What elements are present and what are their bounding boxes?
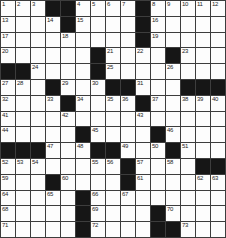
- white-cell[interactable]: [61, 159, 75, 174]
- white-cell[interactable]: 49: [121, 143, 135, 158]
- white-cell[interactable]: 31: [136, 80, 150, 95]
- clue-number: 43: [137, 112, 143, 119]
- white-cell[interactable]: [181, 112, 195, 127]
- white-cell[interactable]: 6: [106, 1, 120, 16]
- white-cell[interactable]: 37: [151, 96, 165, 111]
- clue-number: 57: [137, 159, 143, 166]
- white-cell[interactable]: 64: [1, 191, 15, 206]
- white-cell[interactable]: [211, 127, 225, 142]
- white-cell[interactable]: [211, 191, 225, 206]
- white-cell[interactable]: [151, 175, 165, 190]
- white-cell[interactable]: 65: [46, 191, 60, 206]
- black-cell: [106, 143, 120, 158]
- white-cell[interactable]: 50: [151, 143, 165, 158]
- white-cell[interactable]: [136, 64, 150, 79]
- white-cell[interactable]: [76, 175, 90, 190]
- black-cell: [196, 80, 210, 95]
- black-cell: [151, 127, 165, 142]
- white-cell[interactable]: 55: [91, 159, 105, 174]
- white-cell[interactable]: 2: [16, 1, 30, 16]
- clue-number: 20: [2, 48, 8, 55]
- white-cell[interactable]: 44: [1, 127, 15, 142]
- white-cell[interactable]: [181, 206, 195, 221]
- white-cell[interactable]: [136, 143, 150, 158]
- black-cell: [46, 1, 60, 16]
- clue-number: 59: [2, 175, 8, 182]
- white-cell[interactable]: [76, 80, 90, 95]
- white-cell[interactable]: [76, 48, 90, 63]
- white-cell[interactable]: [136, 206, 150, 221]
- clue-number: 37: [152, 96, 158, 103]
- white-cell[interactable]: 53: [16, 159, 30, 174]
- white-cell[interactable]: [121, 127, 135, 142]
- white-cell[interactable]: [196, 191, 210, 206]
- white-cell[interactable]: [136, 191, 150, 206]
- black-cell: [196, 159, 210, 174]
- black-cell: [166, 143, 180, 158]
- white-cell[interactable]: [211, 48, 225, 63]
- clue-number: 26: [167, 64, 173, 71]
- black-cell: [76, 191, 90, 206]
- white-cell[interactable]: 5: [91, 1, 105, 16]
- clue-number: 2: [17, 1, 20, 8]
- white-cell[interactable]: [91, 17, 105, 32]
- clue-number: 53: [17, 159, 23, 166]
- white-cell[interactable]: [76, 33, 90, 48]
- white-cell[interactable]: 13: [1, 17, 15, 32]
- white-cell[interactable]: 73: [181, 222, 195, 237]
- white-cell[interactable]: 16: [151, 17, 165, 32]
- clue-number: 45: [92, 127, 98, 134]
- clue-number: 69: [92, 206, 98, 213]
- white-cell[interactable]: 71: [1, 222, 15, 237]
- clue-number: 65: [47, 191, 53, 198]
- clue-number: 34: [77, 96, 83, 103]
- clue-number: 13: [2, 17, 8, 24]
- clue-number: 14: [47, 17, 53, 24]
- white-cell[interactable]: [61, 222, 75, 237]
- black-cell: [16, 143, 30, 158]
- clue-number: 48: [77, 143, 83, 150]
- white-cell[interactable]: [181, 64, 195, 79]
- white-cell[interactable]: 68: [1, 206, 15, 221]
- white-cell[interactable]: 22: [136, 48, 150, 63]
- white-cell[interactable]: [166, 175, 180, 190]
- black-cell: [1, 64, 15, 79]
- black-cell: [151, 206, 165, 221]
- white-cell[interactable]: [196, 112, 210, 127]
- white-cell[interactable]: 7: [121, 1, 135, 16]
- white-cell[interactable]: 66: [91, 191, 105, 206]
- clue-number: 44: [2, 127, 8, 134]
- white-cell[interactable]: 29: [61, 80, 75, 95]
- white-cell[interactable]: [136, 127, 150, 142]
- clue-number: 62: [197, 175, 203, 182]
- clue-number: 64: [2, 191, 8, 198]
- white-cell[interactable]: [151, 48, 165, 63]
- white-cell[interactable]: [31, 222, 45, 237]
- white-cell[interactable]: [196, 206, 210, 221]
- white-cell[interactable]: [31, 17, 45, 32]
- white-cell[interactable]: [121, 33, 135, 48]
- clue-number: 25: [107, 64, 113, 71]
- white-cell[interactable]: [121, 112, 135, 127]
- clue-number: 73: [182, 222, 188, 229]
- white-cell[interactable]: [76, 112, 90, 127]
- clue-number: 35: [107, 96, 113, 103]
- white-cell[interactable]: 39: [196, 96, 210, 111]
- black-cell: [46, 80, 60, 95]
- white-cell[interactable]: 19: [151, 33, 165, 48]
- clue-number: 33: [47, 96, 53, 103]
- white-cell[interactable]: [121, 48, 135, 63]
- white-cell[interactable]: [121, 222, 135, 237]
- white-cell[interactable]: 67: [121, 191, 135, 206]
- white-cell[interactable]: [46, 112, 60, 127]
- black-cell: [136, 1, 150, 16]
- white-cell[interactable]: 47: [46, 143, 60, 158]
- white-cell[interactable]: [181, 191, 195, 206]
- white-cell[interactable]: 24: [31, 64, 45, 79]
- clue-number: 68: [2, 206, 8, 213]
- white-cell[interactable]: 10: [181, 1, 195, 16]
- white-cell[interactable]: [211, 17, 225, 32]
- clue-number: 6: [107, 1, 110, 8]
- black-cell: [106, 80, 120, 95]
- white-cell[interactable]: 36: [121, 96, 135, 111]
- clue-number: 7: [122, 1, 125, 8]
- white-cell[interactable]: [46, 127, 60, 142]
- white-cell[interactable]: [121, 17, 135, 32]
- white-cell[interactable]: 30: [91, 80, 105, 95]
- black-cell: [76, 206, 90, 221]
- white-cell[interactable]: [166, 112, 180, 127]
- white-cell[interactable]: [61, 206, 75, 221]
- white-cell[interactable]: 62: [196, 175, 210, 190]
- white-cell[interactable]: [31, 48, 45, 63]
- clue-number: 42: [62, 112, 68, 119]
- black-cell: [61, 1, 75, 16]
- white-cell[interactable]: [166, 191, 180, 206]
- white-cell[interactable]: [211, 64, 225, 79]
- black-cell: [1, 143, 15, 158]
- white-cell[interactable]: [46, 222, 60, 237]
- white-cell[interactable]: 70: [166, 206, 180, 221]
- white-cell[interactable]: [31, 206, 45, 221]
- white-cell[interactable]: [106, 191, 120, 206]
- white-cell[interactable]: [211, 33, 225, 48]
- clue-number: 41: [2, 112, 8, 119]
- white-cell[interactable]: 12: [211, 1, 225, 16]
- white-cell[interactable]: 69: [91, 206, 105, 221]
- black-cell: [211, 80, 225, 95]
- black-cell: [166, 222, 180, 237]
- clue-number: 38: [182, 96, 188, 103]
- black-cell: [16, 64, 30, 79]
- white-cell[interactable]: [61, 64, 75, 79]
- white-cell[interactable]: [46, 33, 60, 48]
- white-cell[interactable]: [166, 96, 180, 111]
- white-cell[interactable]: [106, 222, 120, 237]
- white-cell[interactable]: 43: [136, 112, 150, 127]
- white-cell[interactable]: [76, 64, 90, 79]
- white-cell[interactable]: 15: [76, 17, 90, 32]
- black-cell: [121, 175, 135, 190]
- clue-number: 5: [92, 1, 95, 8]
- black-cell: [136, 17, 150, 32]
- white-cell[interactable]: [61, 48, 75, 63]
- white-cell[interactable]: 33: [46, 96, 60, 111]
- white-cell[interactable]: [106, 17, 120, 32]
- clue-number: 36: [122, 96, 128, 103]
- white-cell[interactable]: [16, 96, 30, 111]
- white-cell[interactable]: 51: [181, 143, 195, 158]
- white-cell[interactable]: 4: [76, 1, 90, 16]
- white-cell[interactable]: [31, 191, 45, 206]
- clue-number: 8: [152, 1, 155, 8]
- white-cell[interactable]: 58: [166, 159, 180, 174]
- white-cell[interactable]: [151, 191, 165, 206]
- white-cell[interactable]: 17: [1, 33, 15, 48]
- white-cell[interactable]: 20: [1, 48, 15, 63]
- clue-number: 17: [2, 33, 8, 40]
- white-cell[interactable]: [16, 112, 30, 127]
- clue-number: 31: [137, 80, 143, 87]
- clue-number: 3: [32, 1, 35, 8]
- white-cell[interactable]: [166, 80, 180, 95]
- white-cell[interactable]: [46, 159, 60, 174]
- white-cell[interactable]: [76, 159, 90, 174]
- white-cell[interactable]: 54: [31, 159, 45, 174]
- black-cell: [46, 175, 60, 190]
- clue-number: 1: [2, 1, 5, 8]
- white-cell[interactable]: [181, 17, 195, 32]
- black-cell: [211, 159, 225, 174]
- white-cell[interactable]: [16, 191, 30, 206]
- clue-number: 16: [152, 17, 158, 24]
- white-cell[interactable]: [181, 175, 195, 190]
- white-cell[interactable]: [196, 64, 210, 79]
- white-cell[interactable]: 25: [106, 64, 120, 79]
- white-cell[interactable]: [181, 127, 195, 142]
- clue-number: 40: [212, 96, 218, 103]
- white-cell[interactable]: 56: [106, 159, 120, 174]
- clue-number: 47: [47, 143, 53, 150]
- white-cell[interactable]: [46, 64, 60, 79]
- white-cell[interactable]: 52: [1, 159, 15, 174]
- black-cell: [136, 96, 150, 111]
- white-cell[interactable]: [31, 33, 45, 48]
- white-cell[interactable]: [196, 222, 210, 237]
- clue-number: 30: [92, 80, 98, 87]
- white-cell[interactable]: [196, 127, 210, 142]
- black-cell: [166, 48, 180, 63]
- clue-number: 46: [167, 127, 173, 134]
- white-cell[interactable]: 32: [1, 96, 15, 111]
- black-cell: [91, 48, 105, 63]
- white-cell[interactable]: [121, 64, 135, 79]
- white-cell[interactable]: [46, 206, 60, 221]
- crossword-board: 1234567891011121314151617181920212223242…: [0, 0, 226, 238]
- clue-number: 12: [212, 1, 218, 8]
- clue-number: 71: [2, 222, 8, 229]
- white-cell[interactable]: 27: [1, 80, 15, 95]
- white-cell[interactable]: 9: [166, 1, 180, 16]
- clue-number: 56: [107, 159, 113, 166]
- white-cell[interactable]: [166, 17, 180, 32]
- white-cell[interactable]: [16, 48, 30, 63]
- black-cell: [76, 127, 90, 142]
- white-cell[interactable]: [151, 159, 165, 174]
- white-cell[interactable]: [151, 80, 165, 95]
- white-cell[interactable]: 21: [106, 48, 120, 63]
- white-cell[interactable]: [166, 33, 180, 48]
- white-cell[interactable]: [136, 222, 150, 237]
- white-cell[interactable]: 26: [166, 64, 180, 79]
- black-cell: [91, 64, 105, 79]
- white-cell[interactable]: 38: [181, 96, 195, 111]
- white-cell[interactable]: [151, 112, 165, 127]
- white-cell[interactable]: [31, 127, 45, 142]
- white-cell[interactable]: [106, 127, 120, 142]
- white-cell[interactable]: 40: [211, 96, 225, 111]
- clue-number: 55: [92, 159, 98, 166]
- white-cell[interactable]: [61, 191, 75, 206]
- white-cell[interactable]: 23: [181, 48, 195, 63]
- white-cell[interactable]: 35: [106, 96, 120, 111]
- white-cell[interactable]: 45: [91, 127, 105, 142]
- white-cell[interactable]: [181, 159, 195, 174]
- white-cell[interactable]: [16, 222, 30, 237]
- black-cell: [31, 143, 45, 158]
- clue-number: 21: [107, 48, 113, 55]
- clue-number: 27: [2, 80, 8, 87]
- white-cell[interactable]: 48: [76, 143, 90, 158]
- black-cell: [151, 222, 165, 237]
- white-cell[interactable]: [91, 96, 105, 111]
- white-cell[interactable]: [211, 112, 225, 127]
- white-cell[interactable]: [16, 17, 30, 32]
- clue-number: 10: [182, 1, 188, 8]
- white-cell[interactable]: [211, 206, 225, 221]
- white-cell[interactable]: 59: [1, 175, 15, 190]
- clue-number: 15: [77, 17, 83, 24]
- white-cell[interactable]: [211, 222, 225, 237]
- white-cell[interactable]: [211, 143, 225, 158]
- white-cell[interactable]: 57: [136, 159, 150, 174]
- clue-number: 51: [182, 143, 188, 150]
- white-cell[interactable]: [31, 80, 45, 95]
- white-cell[interactable]: 61: [136, 175, 150, 190]
- black-cell: [61, 96, 75, 111]
- white-cell[interactable]: [31, 175, 45, 190]
- white-cell[interactable]: [61, 143, 75, 158]
- white-cell[interactable]: [196, 143, 210, 158]
- white-cell[interactable]: [16, 206, 30, 221]
- white-cell[interactable]: [196, 17, 210, 32]
- white-cell[interactable]: 14: [46, 17, 60, 32]
- white-cell[interactable]: 11: [196, 1, 210, 16]
- clue-number: 11: [197, 1, 203, 8]
- white-cell[interactable]: [91, 33, 105, 48]
- white-cell[interactable]: 63: [211, 175, 225, 190]
- clue-number: 63: [212, 175, 218, 182]
- black-cell: [61, 17, 75, 32]
- white-cell[interactable]: [106, 33, 120, 48]
- white-cell[interactable]: [31, 112, 45, 127]
- clue-number: 52: [2, 159, 8, 166]
- black-cell: [76, 222, 90, 237]
- clue-number: 70: [167, 206, 173, 213]
- clue-number: 72: [92, 222, 98, 229]
- white-cell[interactable]: [31, 96, 45, 111]
- white-cell[interactable]: [91, 112, 105, 127]
- white-cell[interactable]: 28: [16, 80, 30, 95]
- clue-number: 29: [62, 80, 68, 87]
- white-cell[interactable]: 18: [61, 33, 75, 48]
- white-cell[interactable]: 3: [31, 1, 45, 16]
- white-cell[interactable]: [16, 127, 30, 142]
- black-cell: [121, 80, 135, 95]
- black-cell: [136, 33, 150, 48]
- clue-number: 58: [167, 159, 173, 166]
- white-cell[interactable]: [151, 64, 165, 79]
- clue-number: 61: [137, 175, 143, 182]
- clue-number: 49: [122, 143, 128, 150]
- white-cell[interactable]: 42: [61, 112, 75, 127]
- white-cell[interactable]: [106, 206, 120, 221]
- white-cell[interactable]: [106, 175, 120, 190]
- clue-number: 9: [167, 1, 170, 8]
- clue-number: 66: [92, 191, 98, 198]
- white-cell[interactable]: [16, 33, 30, 48]
- white-cell[interactable]: [106, 112, 120, 127]
- clue-number: 50: [152, 143, 158, 150]
- clue-number: 67: [122, 191, 128, 198]
- clue-number: 39: [197, 96, 203, 103]
- white-cell[interactable]: 8: [151, 1, 165, 16]
- black-cell: [121, 159, 135, 174]
- clue-number: 54: [32, 159, 38, 166]
- clue-number: 60: [62, 175, 68, 182]
- clue-number: 18: [62, 33, 68, 40]
- white-cell[interactable]: [91, 175, 105, 190]
- white-cell[interactable]: 72: [91, 222, 105, 237]
- clue-number: 32: [2, 96, 8, 103]
- white-cell[interactable]: 60: [61, 175, 75, 190]
- white-cell[interactable]: [196, 33, 210, 48]
- black-cell: [91, 143, 105, 158]
- white-cell[interactable]: [181, 33, 195, 48]
- white-cell[interactable]: 46: [166, 127, 180, 142]
- crossword-grid: 1234567891011121314151617181920212223242…: [0, 0, 226, 238]
- white-cell[interactable]: [16, 175, 30, 190]
- white-cell[interactable]: [121, 206, 135, 221]
- white-cell[interactable]: [196, 48, 210, 63]
- clue-number: 4: [77, 1, 80, 8]
- white-cell[interactable]: 41: [1, 112, 15, 127]
- clue-number: 22: [137, 48, 143, 55]
- white-cell[interactable]: [46, 48, 60, 63]
- white-cell[interactable]: 34: [76, 96, 90, 111]
- clue-number: 28: [17, 80, 23, 87]
- clue-number: 23: [182, 48, 188, 55]
- white-cell[interactable]: [61, 127, 75, 142]
- white-cell[interactable]: 1: [1, 1, 15, 16]
- black-cell: [181, 80, 195, 95]
- clue-number: 19: [152, 33, 158, 40]
- clue-number: 24: [32, 64, 38, 71]
